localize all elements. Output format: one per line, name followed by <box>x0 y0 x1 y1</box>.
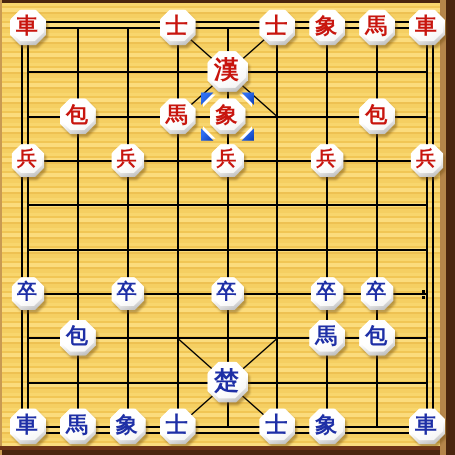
piece-cho-soldier[interactable]: 卒 <box>12 277 45 310</box>
cho-soldier-glyph: 卒 <box>12 277 43 306</box>
piece-han-guard[interactable]: 士 <box>259 10 295 46</box>
piece-han-chariot[interactable]: 車 <box>409 10 445 46</box>
piece-han-horse[interactable]: 馬 <box>359 10 395 46</box>
piece-cho-soldier[interactable]: 卒 <box>211 277 244 310</box>
piece-han-elephant[interactable]: 象 <box>210 98 246 134</box>
han-soldier-glyph: 兵 <box>12 144 43 173</box>
piece-cho-horse[interactable]: 馬 <box>309 320 345 356</box>
piece-cho-soldier[interactable]: 卒 <box>111 277 144 310</box>
janggi-app-window: 車士士象馬車漢包馬象包兵兵兵兵兵卒卒卒卒卒包馬包楚車馬象士士象車 <box>0 0 455 455</box>
han-horse-glyph: 馬 <box>359 10 393 42</box>
board-surface[interactable]: 車士士象馬車漢包馬象包兵兵兵兵兵卒卒卒卒卒包馬包楚車馬象士士象車 <box>2 3 440 446</box>
board-frame-right <box>440 0 446 455</box>
han-chariot-glyph: 車 <box>409 10 443 42</box>
cho-guard-glyph: 士 <box>160 409 194 441</box>
piece-han-cannon[interactable]: 包 <box>60 98 96 134</box>
han-soldier-glyph: 兵 <box>111 144 142 173</box>
piece-cho-cannon[interactable]: 包 <box>359 320 395 356</box>
cho-cannon-glyph: 包 <box>359 320 393 352</box>
cho-guard-glyph: 士 <box>259 409 293 441</box>
cho-soldier-glyph: 卒 <box>361 277 392 306</box>
piece-han-chariot[interactable]: 車 <box>10 10 46 46</box>
piece-han-guard[interactable]: 士 <box>160 10 196 46</box>
cho-chariot-glyph: 車 <box>409 409 443 441</box>
han-king-glyph: 漢 <box>207 51 246 88</box>
piece-han-soldier[interactable]: 兵 <box>12 144 45 177</box>
piece-cho-soldier[interactable]: 卒 <box>311 277 344 310</box>
piece-han-soldier[interactable]: 兵 <box>211 144 244 177</box>
cho-soldier-glyph: 卒 <box>111 277 142 306</box>
han-elephant-glyph: 象 <box>210 98 244 130</box>
piece-han-cannon[interactable]: 包 <box>359 98 395 134</box>
cho-horse-glyph: 馬 <box>60 409 94 441</box>
piece-cho-chariot[interactable]: 車 <box>10 409 46 445</box>
cho-soldier-glyph: 卒 <box>311 277 342 306</box>
piece-han-soldier[interactable]: 兵 <box>111 144 144 177</box>
piece-han-soldier[interactable]: 兵 <box>311 144 344 177</box>
piece-cho-cannon[interactable]: 包 <box>60 320 96 356</box>
piece-cho-king[interactable]: 楚 <box>207 362 248 403</box>
cho-king-glyph: 楚 <box>207 362 246 399</box>
han-guard-glyph: 士 <box>160 10 194 42</box>
cho-cannon-glyph: 包 <box>60 320 94 352</box>
piece-cho-elephant[interactable]: 象 <box>309 409 345 445</box>
piece-han-elephant[interactable]: 象 <box>309 10 345 46</box>
cho-horse-glyph: 馬 <box>309 320 343 352</box>
han-elephant-glyph: 象 <box>309 10 343 42</box>
piece-cho-guard[interactable]: 士 <box>160 409 196 445</box>
han-soldier-glyph: 兵 <box>211 144 242 173</box>
han-cannon-glyph: 包 <box>60 98 94 130</box>
cho-elephant-glyph: 象 <box>110 409 144 441</box>
han-cannon-glyph: 包 <box>359 98 393 130</box>
han-chariot-glyph: 車 <box>10 10 44 42</box>
han-soldier-glyph: 兵 <box>411 144 442 173</box>
piece-cho-elephant[interactable]: 象 <box>110 409 146 445</box>
han-horse-glyph: 馬 <box>160 98 194 130</box>
piece-cho-soldier[interactable]: 卒 <box>361 277 394 310</box>
cho-soldier-glyph: 卒 <box>211 277 242 306</box>
piece-han-soldier[interactable]: 兵 <box>411 144 444 177</box>
piece-cho-guard[interactable]: 士 <box>259 409 295 445</box>
han-soldier-glyph: 兵 <box>311 144 342 173</box>
cho-elephant-glyph: 象 <box>309 409 343 441</box>
piece-cho-chariot[interactable]: 車 <box>409 409 445 445</box>
han-guard-glyph: 士 <box>259 10 293 42</box>
piece-han-king[interactable]: 漢 <box>207 51 248 92</box>
piece-cho-horse[interactable]: 馬 <box>60 409 96 445</box>
piece-han-horse[interactable]: 馬 <box>160 98 196 134</box>
cho-chariot-glyph: 車 <box>10 409 44 441</box>
board-frame-bottom <box>0 446 440 450</box>
